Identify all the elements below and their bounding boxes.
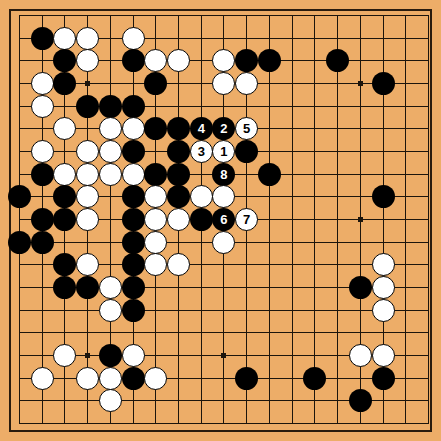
black-stone <box>99 344 122 367</box>
white-stone <box>372 253 395 276</box>
move-4-stone: 4 <box>190 117 213 140</box>
grid-line-horizontal <box>19 423 429 424</box>
white-stone <box>122 344 145 367</box>
black-stone <box>122 140 145 163</box>
black-stone <box>122 231 145 254</box>
black-stone <box>31 163 54 186</box>
white-stone <box>122 27 145 50</box>
black-stone <box>235 367 258 390</box>
white-stone <box>31 72 54 95</box>
grid-line-horizontal <box>19 332 429 333</box>
white-stone <box>53 27 76 50</box>
white-stone <box>76 367 99 390</box>
black-stone <box>76 95 99 118</box>
white-stone <box>144 367 167 390</box>
black-stone <box>372 367 395 390</box>
white-stone <box>167 208 190 231</box>
black-stone <box>31 27 54 50</box>
black-stone <box>167 163 190 186</box>
white-stone <box>122 163 145 186</box>
white-stone <box>99 367 122 390</box>
black-stone <box>122 185 145 208</box>
white-stone <box>99 140 122 163</box>
grid-line-vertical <box>292 15 293 424</box>
white-stone <box>31 367 54 390</box>
black-stone <box>167 140 190 163</box>
move-3-stone: 3 <box>190 140 213 163</box>
black-stone <box>303 367 326 390</box>
star-point <box>358 217 363 222</box>
white-stone <box>372 276 395 299</box>
go-board-diagram: 42531867 <box>0 0 441 441</box>
grid-line-vertical <box>405 15 406 424</box>
black-stone <box>122 253 145 276</box>
star-point <box>85 81 90 86</box>
white-stone <box>31 95 54 118</box>
black-stone <box>258 163 281 186</box>
star-point <box>221 353 226 358</box>
grid-line-vertical <box>269 15 270 424</box>
black-stone <box>122 299 145 322</box>
star-point <box>358 81 363 86</box>
white-stone <box>372 344 395 367</box>
white-stone <box>349 344 372 367</box>
white-stone <box>76 27 99 50</box>
black-stone <box>190 208 213 231</box>
grid-line-vertical <box>428 15 429 424</box>
black-stone <box>31 208 54 231</box>
black-stone <box>144 163 167 186</box>
white-stone <box>190 185 213 208</box>
black-stone <box>31 231 54 254</box>
black-stone <box>349 276 372 299</box>
grid-line-vertical <box>314 15 315 424</box>
white-stone <box>99 163 122 186</box>
white-stone <box>372 299 395 322</box>
white-stone <box>31 140 54 163</box>
black-stone <box>372 72 395 95</box>
star-point <box>85 353 90 358</box>
black-stone <box>8 231 31 254</box>
white-stone <box>53 163 76 186</box>
black-stone <box>122 49 145 72</box>
grid-line-vertical <box>337 15 338 424</box>
white-stone <box>99 276 122 299</box>
black-stone <box>122 276 145 299</box>
black-stone <box>122 367 145 390</box>
white-stone <box>144 231 167 254</box>
white-stone <box>122 117 145 140</box>
grid-line-horizontal <box>19 310 429 311</box>
white-stone <box>99 299 122 322</box>
black-stone <box>99 95 122 118</box>
black-stone <box>122 208 145 231</box>
white-stone <box>76 163 99 186</box>
black-stone <box>372 185 395 208</box>
black-stone <box>122 95 145 118</box>
